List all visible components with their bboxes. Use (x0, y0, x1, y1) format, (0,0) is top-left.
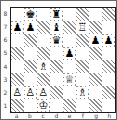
piece-black-rook[interactable]: ♜ (51, 9, 62, 20)
square-f1[interactable] (76, 99, 89, 112)
square-e4[interactable] (63, 60, 76, 73)
square-g8[interactable] (89, 8, 102, 21)
file-label-a: a (10, 113, 23, 120)
square-c3[interactable] (37, 73, 50, 86)
rank-label-2: 2 (1, 87, 10, 100)
square-e7[interactable] (63, 21, 76, 34)
piece-black-king[interactable]: ♚ (25, 9, 36, 20)
square-e2[interactable] (63, 86, 76, 99)
piece-black-pawn[interactable]: ♟ (90, 35, 101, 46)
square-f5[interactable] (76, 47, 89, 60)
square-h1[interactable] (102, 99, 115, 112)
square-e1[interactable] (63, 99, 76, 112)
square-h6[interactable]: ♟ (102, 34, 115, 47)
square-g6[interactable]: ♟ (89, 34, 102, 47)
square-f8[interactable] (76, 8, 89, 21)
square-h3[interactable] (102, 73, 115, 86)
square-e3[interactable]: ♕ (63, 73, 76, 86)
square-h7[interactable] (102, 21, 115, 34)
file-label-g: g (90, 113, 103, 120)
square-f7[interactable]: ♖ (76, 21, 89, 34)
square-d3[interactable] (50, 73, 63, 86)
square-h8[interactable] (102, 8, 115, 21)
piece-white-bishop[interactable]: ♗ (38, 61, 49, 72)
square-b2[interactable]: ♙ (24, 86, 37, 99)
piece-black-pawn[interactable]: ♟ (25, 22, 36, 33)
square-b4[interactable] (24, 60, 37, 73)
file-label-d: d (50, 113, 63, 120)
square-f3[interactable] (76, 73, 89, 86)
square-a8[interactable] (11, 8, 24, 21)
file-label-h: h (103, 113, 116, 120)
chess-board: ♚♜♟♟♝♖♛♟♟♟♗♕♙♙♙♗♔ (10, 7, 116, 113)
square-d2[interactable] (50, 86, 63, 99)
square-g3[interactable] (89, 73, 102, 86)
square-c2[interactable]: ♙ (37, 86, 50, 99)
rank-label-8: 8 (1, 7, 10, 20)
square-a3[interactable] (11, 73, 24, 86)
square-d7[interactable]: ♝ (50, 21, 63, 34)
square-c5[interactable] (37, 47, 50, 60)
file-label-c: c (37, 113, 50, 120)
piece-white-pawn[interactable]: ♙ (38, 87, 49, 98)
piece-black-queen[interactable]: ♛ (51, 35, 62, 46)
square-h4[interactable] (102, 60, 115, 73)
square-b8[interactable]: ♚ (24, 8, 37, 21)
square-f6[interactable] (76, 34, 89, 47)
square-e8[interactable] (63, 8, 76, 21)
square-f4[interactable] (76, 60, 89, 73)
square-a7[interactable]: ♟ (11, 21, 24, 34)
piece-white-queen[interactable]: ♕ (64, 74, 75, 85)
square-c8[interactable] (37, 8, 50, 21)
square-d8[interactable]: ♜ (50, 8, 63, 21)
square-h5[interactable] (102, 47, 115, 60)
square-g4[interactable] (89, 60, 102, 73)
rank-labels: 87654321 (1, 7, 10, 113)
square-e6[interactable] (63, 34, 76, 47)
square-g1[interactable] (89, 99, 102, 112)
square-b3[interactable] (24, 73, 37, 86)
rank-label-6: 6 (1, 34, 10, 47)
square-c4[interactable]: ♗ (37, 60, 50, 73)
chess-diagram: 87654321 ♚♜♟♟♝♖♛♟♟♟♗♕♙♙♙♗♔ abcdefgh (0, 0, 117, 120)
piece-black-pawn[interactable]: ♟ (103, 35, 114, 46)
file-label-f: f (76, 113, 89, 120)
file-label-b: b (23, 113, 36, 120)
square-g2[interactable] (89, 86, 102, 99)
square-a5[interactable] (11, 47, 24, 60)
file-labels: abcdefgh (10, 113, 116, 120)
rank-label-1: 1 (1, 100, 10, 113)
piece-white-king[interactable]: ♔ (38, 100, 49, 111)
square-a2[interactable]: ♙ (11, 86, 24, 99)
square-d4[interactable] (50, 60, 63, 73)
piece-white-rook[interactable]: ♖ (77, 22, 88, 33)
square-d5[interactable] (50, 47, 63, 60)
square-e5[interactable]: ♟ (63, 47, 76, 60)
square-g7[interactable] (89, 21, 102, 34)
square-c1[interactable]: ♔ (37, 99, 50, 112)
square-b7[interactable]: ♟ (24, 21, 37, 34)
piece-black-pawn[interactable]: ♟ (64, 48, 75, 59)
square-c6[interactable] (37, 34, 50, 47)
square-a1[interactable] (11, 99, 24, 112)
square-d6[interactable]: ♛ (50, 34, 63, 47)
square-c7[interactable] (37, 21, 50, 34)
rank-label-7: 7 (1, 20, 10, 33)
square-d1[interactable] (50, 99, 63, 112)
square-f2[interactable]: ♗ (76, 86, 89, 99)
square-b5[interactable] (24, 47, 37, 60)
piece-black-bishop[interactable]: ♝ (51, 22, 62, 33)
square-a6[interactable] (11, 34, 24, 47)
rank-label-4: 4 (1, 60, 10, 73)
piece-black-pawn[interactable]: ♟ (12, 22, 23, 33)
piece-white-pawn[interactable]: ♙ (12, 87, 23, 98)
rank-label-3: 3 (1, 73, 10, 86)
piece-white-pawn[interactable]: ♙ (25, 87, 36, 98)
square-a4[interactable] (11, 60, 24, 73)
file-label-e: e (63, 113, 76, 120)
square-g5[interactable] (89, 47, 102, 60)
square-h2[interactable] (102, 86, 115, 99)
piece-white-bishop[interactable]: ♗ (77, 87, 88, 98)
square-b6[interactable] (24, 34, 37, 47)
rank-label-5: 5 (1, 47, 10, 60)
square-b1[interactable] (24, 99, 37, 112)
